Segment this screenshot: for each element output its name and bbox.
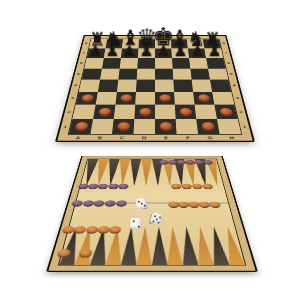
chess-field: ♜♞♝♛♚♝♞♜♟♟♟♟♟♟♟♟ (67, 39, 241, 135)
die-pip (136, 225, 138, 227)
chess-piece-p: ♟ (156, 43, 170, 58)
die-pip (152, 219, 155, 222)
backgammon-board (46, 156, 258, 272)
orange-backgammon-checker (62, 226, 75, 233)
purple-backgammon-checker (98, 183, 109, 188)
chess-square (72, 105, 95, 119)
purple-backgammon-checker (104, 201, 115, 206)
chess-piece-p: ♟ (88, 43, 102, 58)
chess-square (75, 92, 97, 105)
chess-square: ♟ (103, 48, 121, 58)
chess-square: ♟ (155, 48, 172, 58)
purple-backgammon-checker (167, 160, 176, 164)
purple-backgammon-checker (108, 183, 118, 188)
backgammon-point (151, 227, 167, 265)
die-pip (155, 218, 158, 221)
backgammon-point (136, 227, 152, 265)
backgammon-point (165, 227, 182, 265)
red-checker (179, 108, 192, 115)
chess-square (102, 58, 121, 68)
chess-square (155, 105, 176, 119)
chess-square (172, 68, 191, 79)
chess-square (116, 80, 136, 92)
chess-square (113, 105, 134, 119)
chess-square (93, 105, 115, 119)
red-checker (116, 122, 129, 130)
chess-square (155, 68, 173, 79)
chess-square (214, 105, 237, 119)
orange-backgammon-checker (198, 202, 210, 208)
chess-square (81, 68, 101, 79)
file-labels: ABCDEFGH (66, 135, 243, 141)
red-checker (158, 95, 170, 102)
purple-backgammon-checker (185, 160, 195, 164)
backgammon-point (120, 227, 137, 265)
chess-square (78, 80, 99, 92)
chess-piece-p: ♟ (173, 43, 187, 58)
file-label: B (88, 135, 111, 141)
red-checker (138, 108, 150, 115)
chess-square (97, 80, 117, 92)
chess-square (135, 80, 154, 92)
chess-square (135, 92, 155, 105)
backgammon-point (179, 227, 198, 265)
chess-piece-p: ♟ (190, 43, 204, 58)
purple-backgammon-checker (202, 160, 212, 164)
chess-square (209, 80, 230, 92)
orange-backgammon-checker (181, 183, 191, 188)
orange-backgammon-checker (168, 202, 179, 208)
chess-board-area: ♜♞♝♛♚♝♞♜♟♟♟♟♟♟♟♟ ABCDEFGH 87654321 87654… (9, 0, 291, 142)
chess-square (207, 68, 227, 79)
chess-square (189, 58, 208, 68)
chess-square (174, 105, 195, 119)
chess-square (84, 58, 103, 68)
chess-piece-p: ♟ (105, 43, 119, 58)
chess-square: ♟ (120, 48, 138, 58)
file-label: C (110, 135, 133, 141)
die-showing-3 (135, 197, 148, 210)
purple-backgammon-checker (82, 201, 94, 206)
chess-square (115, 92, 136, 105)
product-photo-scene: ♜♞♝♛♚♝♞♜♟♟♟♟♟♟♟♟ ABCDEFGH 87654321 87654… (0, 0, 291, 291)
chess-square (155, 92, 175, 105)
die-pip (140, 202, 142, 204)
purple-backgammon-checker (87, 183, 98, 188)
orange-backgammon-checker (178, 202, 189, 208)
purple-backgammon-checker (93, 201, 104, 206)
file-label: H (220, 135, 243, 141)
chess-square (216, 119, 240, 134)
purple-backgammon-checker (159, 160, 168, 164)
chess-square (119, 58, 137, 68)
orange-backgammon-checker (191, 183, 202, 188)
orange-backgammon-checker (73, 226, 86, 233)
backgammon-points-bottom (58, 227, 244, 265)
chess-square (90, 119, 113, 134)
chess-square (206, 58, 225, 68)
chess-square (155, 119, 177, 134)
chess-square (95, 92, 116, 105)
file-label: A (66, 135, 89, 141)
backgammon-point (89, 227, 110, 265)
orange-backgammon-checker (97, 226, 109, 233)
chess-square (137, 58, 155, 68)
red-checker (119, 95, 131, 102)
chess-square (174, 92, 195, 105)
chess-square (68, 119, 92, 134)
purple-backgammon-checker (115, 201, 126, 206)
chess-square: ♟ (171, 48, 189, 58)
chess-square (118, 68, 137, 79)
backgammon-field (57, 159, 245, 266)
file-label: E (155, 135, 177, 141)
chess-square (136, 68, 154, 79)
chess-piece-p: ♟ (122, 43, 136, 58)
red-checker (74, 122, 88, 130)
chess-square: ♟ (137, 48, 154, 58)
chess-square (193, 92, 214, 105)
purple-backgammon-checker (71, 201, 83, 206)
file-label: D (132, 135, 154, 141)
die-showing-2 (129, 218, 141, 230)
chess-square (190, 68, 210, 79)
red-checker (197, 95, 209, 102)
chess-square (155, 80, 174, 92)
die-pip (131, 220, 133, 222)
backgammon-board-area (6, 145, 291, 272)
chess-square (196, 119, 219, 134)
backgammon-point (140, 159, 152, 186)
chess-square (100, 68, 120, 79)
chess-square (212, 92, 234, 105)
chess-square (133, 119, 155, 134)
chess-piece-p: ♟ (139, 43, 153, 58)
chess-square (155, 58, 173, 68)
chess-square (111, 119, 133, 134)
chess-square (175, 119, 197, 134)
chess-square (194, 105, 216, 119)
chess-square (134, 105, 155, 119)
purple-backgammon-checker (77, 183, 88, 188)
purple-backgammon-checker (194, 160, 204, 164)
chess-square (173, 80, 193, 92)
backgammon-point (80, 159, 98, 186)
chess-square: ♟ (86, 48, 105, 58)
red-checker (80, 95, 93, 102)
red-checker (200, 122, 214, 130)
red-checker (219, 108, 232, 115)
file-label: F (176, 135, 199, 141)
chess-square (172, 58, 190, 68)
chess-board: ♜♞♝♛♚♝♞♜♟♟♟♟♟♟♟♟ ABCDEFGH 87654321 87654… (55, 35, 255, 142)
chess-square: ♟ (204, 48, 223, 58)
purple-backgammon-checker (176, 160, 185, 164)
die-showing-5 (149, 212, 163, 226)
red-checker (159, 122, 172, 130)
orange-backgammon-checker (188, 202, 199, 208)
orange-backgammon-checker (171, 183, 181, 188)
red-checker (97, 108, 110, 115)
orange-backgammon-checker (85, 226, 98, 233)
chess-square (191, 80, 211, 92)
die-pip (153, 214, 156, 217)
file-label: G (198, 135, 221, 141)
orange-backgammon-checker (208, 202, 220, 208)
die-pip (143, 204, 145, 206)
chess-grid: ♜♞♝♛♚♝♞♜♟♟♟♟♟♟♟♟ (68, 39, 240, 134)
orange-backgammon-checker (202, 183, 213, 188)
die-pip (137, 200, 139, 202)
purple-backgammon-checker (118, 183, 128, 188)
die-pip (157, 221, 160, 224)
chess-piece-p: ♟ (207, 43, 221, 58)
orange-backgammon-checker (109, 226, 121, 233)
die-pip (158, 216, 161, 219)
backgammon-point (128, 159, 141, 186)
chess-square: ♟ (187, 48, 205, 58)
